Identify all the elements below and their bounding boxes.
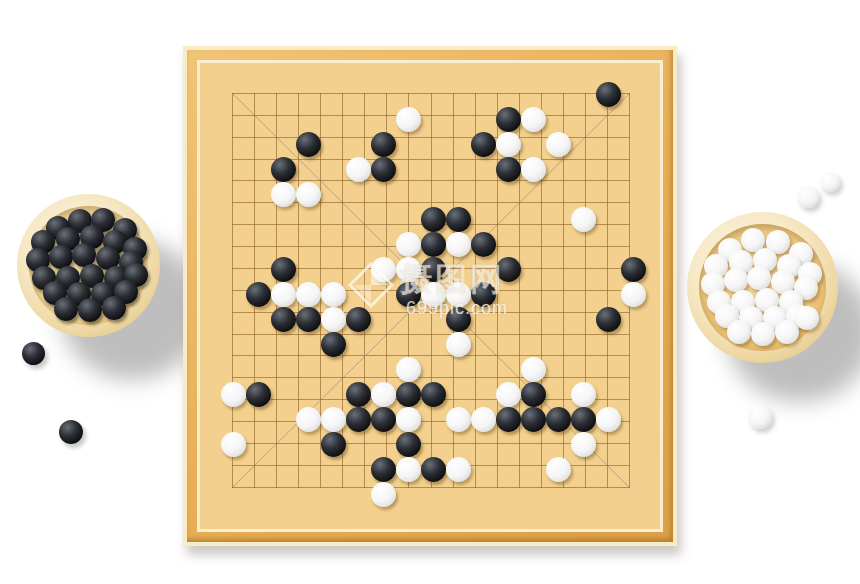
intersection (396, 407, 421, 432)
intersection (221, 107, 246, 132)
intersection (496, 307, 521, 332)
intersection (371, 157, 396, 182)
white-stone (820, 172, 840, 192)
intersection (546, 407, 571, 432)
black-stone (321, 332, 346, 357)
intersection (571, 282, 596, 307)
intersection (371, 207, 396, 232)
intersection (446, 307, 471, 332)
intersection (421, 257, 446, 282)
intersection (471, 457, 496, 482)
white-stone (396, 357, 421, 382)
intersection (321, 482, 346, 507)
intersection (296, 482, 321, 507)
intersection (296, 382, 321, 407)
intersection (421, 232, 446, 257)
intersection (246, 82, 271, 107)
intersection (271, 232, 296, 257)
intersection (446, 132, 471, 157)
intersection (296, 282, 321, 307)
black-stone (296, 132, 321, 157)
intersection (296, 132, 321, 157)
intersection (396, 132, 421, 157)
intersection (521, 107, 546, 132)
intersection (446, 457, 471, 482)
intersection (621, 157, 646, 182)
black-stone (546, 407, 571, 432)
intersection (296, 157, 321, 182)
black-stone (471, 232, 496, 257)
intersection (521, 307, 546, 332)
intersection (521, 457, 546, 482)
intersection (321, 282, 346, 307)
intersection (496, 457, 521, 482)
intersection (371, 132, 396, 157)
intersection (546, 432, 571, 457)
intersection (521, 432, 546, 457)
intersection (396, 207, 421, 232)
intersection (621, 357, 646, 382)
black-stone (496, 157, 521, 182)
black-stone (421, 232, 446, 257)
intersection (421, 432, 446, 457)
intersection (346, 182, 371, 207)
intersection (471, 257, 496, 282)
white-stone (421, 282, 446, 307)
intersection (246, 457, 271, 482)
intersection (271, 432, 296, 457)
intersection (571, 382, 596, 407)
intersection (246, 107, 271, 132)
intersection (321, 257, 346, 282)
intersection (296, 257, 321, 282)
intersection (346, 457, 371, 482)
intersection (546, 457, 571, 482)
intersection (246, 207, 271, 232)
intersection (221, 307, 246, 332)
intersection (496, 257, 521, 282)
intersection (596, 182, 621, 207)
black-stone (446, 307, 471, 332)
intersection (296, 457, 321, 482)
intersection (596, 107, 621, 132)
intersection (571, 432, 596, 457)
intersection (221, 357, 246, 382)
intersection (571, 232, 596, 257)
white-stone (396, 257, 421, 282)
intersection (521, 182, 546, 207)
intersection (496, 132, 521, 157)
intersection (471, 207, 496, 232)
intersection (271, 257, 296, 282)
intersection (521, 357, 546, 382)
intersection (346, 332, 371, 357)
intersection (321, 357, 346, 382)
intersection (446, 232, 471, 257)
intersection (321, 157, 346, 182)
white-stone (446, 282, 471, 307)
intersection (421, 307, 446, 332)
intersection (546, 357, 571, 382)
white-stone-bowl (687, 212, 838, 363)
intersection (246, 382, 271, 407)
white-stone (571, 207, 596, 232)
white-stone (496, 132, 521, 157)
intersection (596, 332, 621, 357)
intersection (221, 282, 246, 307)
intersection (471, 357, 496, 382)
intersection (571, 307, 596, 332)
intersection (246, 482, 271, 507)
intersection (321, 182, 346, 207)
black-stone (421, 257, 446, 282)
white-stone (446, 407, 471, 432)
intersection (621, 257, 646, 282)
intersection (521, 407, 546, 432)
intersection (496, 432, 521, 457)
intersection (396, 482, 421, 507)
intersection (371, 232, 396, 257)
intersection (396, 282, 421, 307)
white-stone (371, 382, 396, 407)
intersection (246, 357, 271, 382)
intersection (346, 432, 371, 457)
intersection (271, 282, 296, 307)
intersection (621, 107, 646, 132)
intersection (371, 307, 396, 332)
intersection (221, 82, 246, 107)
white-stone (724, 268, 748, 292)
intersection (471, 282, 496, 307)
intersection (421, 207, 446, 232)
intersection (471, 182, 496, 207)
intersection (421, 82, 446, 107)
intersection (571, 332, 596, 357)
intersection (321, 307, 346, 332)
white-stone (596, 407, 621, 432)
intersection (396, 257, 421, 282)
intersection (346, 107, 371, 132)
intersection (371, 407, 396, 432)
intersection (246, 332, 271, 357)
intersection (321, 132, 346, 157)
white-stone (321, 307, 346, 332)
intersection (246, 157, 271, 182)
go-illustration: 摄图网 699pic.com (0, 0, 860, 584)
intersection (296, 407, 321, 432)
black-stone (421, 457, 446, 482)
intersection (521, 332, 546, 357)
intersection (221, 332, 246, 357)
intersection (596, 232, 621, 257)
intersection (571, 82, 596, 107)
white-stone (221, 382, 246, 407)
intersection (221, 407, 246, 432)
intersection (296, 232, 321, 257)
intersection (296, 357, 321, 382)
intersection (221, 432, 246, 457)
black-stone (596, 82, 621, 107)
black-stone (72, 243, 96, 267)
intersection (371, 182, 396, 207)
black-stone (296, 307, 321, 332)
intersection (521, 282, 546, 307)
intersection (346, 357, 371, 382)
intersection (546, 157, 571, 182)
intersection (546, 82, 571, 107)
intersection (271, 407, 296, 432)
black-stone (371, 407, 396, 432)
white-stone (521, 157, 546, 182)
intersection (346, 307, 371, 332)
intersection (621, 382, 646, 407)
white-stone (396, 407, 421, 432)
intersection (271, 182, 296, 207)
black-stone (396, 282, 421, 307)
intersection (371, 482, 396, 507)
intersection (421, 282, 446, 307)
black-stone (496, 407, 521, 432)
black-stone (471, 282, 496, 307)
intersection (596, 307, 621, 332)
intersection (621, 482, 646, 507)
intersection (496, 107, 521, 132)
intersection (571, 357, 596, 382)
intersection (521, 482, 546, 507)
intersection (246, 132, 271, 157)
intersection (371, 382, 396, 407)
white-stone (446, 232, 471, 257)
intersection (321, 82, 346, 107)
intersection (221, 182, 246, 207)
intersection (546, 207, 571, 232)
intersection (246, 432, 271, 457)
intersection (521, 82, 546, 107)
intersection (446, 107, 471, 132)
black-stone (596, 307, 621, 332)
intersection (496, 207, 521, 232)
intersection (496, 482, 521, 507)
intersection (346, 232, 371, 257)
intersection (596, 357, 621, 382)
intersection (396, 157, 421, 182)
white-stone (775, 320, 799, 344)
intersection (446, 182, 471, 207)
intersection (346, 482, 371, 507)
intersection (546, 482, 571, 507)
white-stone (271, 282, 296, 307)
intersection (546, 232, 571, 257)
intersection (396, 457, 421, 482)
intersection (346, 407, 371, 432)
intersection (496, 407, 521, 432)
black-stone (496, 257, 521, 282)
intersection (371, 357, 396, 382)
intersection (271, 82, 296, 107)
black-stone (446, 207, 471, 232)
white-stone (748, 405, 772, 429)
intersection (621, 82, 646, 107)
intersection (246, 232, 271, 257)
white-stone (446, 457, 471, 482)
intersection (471, 432, 496, 457)
intersection (271, 332, 296, 357)
white-stone (727, 320, 751, 344)
intersection (396, 107, 421, 132)
intersection (496, 232, 521, 257)
intersection (271, 382, 296, 407)
intersection (496, 82, 521, 107)
intersection (446, 207, 471, 232)
intersection (396, 357, 421, 382)
black-stone (521, 407, 546, 432)
intersection (496, 382, 521, 407)
white-stone (321, 407, 346, 432)
intersection (521, 132, 546, 157)
intersection (221, 257, 246, 282)
intersection (396, 332, 421, 357)
intersection (421, 457, 446, 482)
intersection (296, 82, 321, 107)
intersection (271, 482, 296, 507)
intersection (596, 207, 621, 232)
intersection (471, 132, 496, 157)
intersection (446, 357, 471, 382)
black-stone (22, 342, 45, 365)
white-stone (296, 182, 321, 207)
intersection (446, 482, 471, 507)
black-stone (571, 407, 596, 432)
black-stone (321, 432, 346, 457)
intersection (446, 382, 471, 407)
intersection (296, 207, 321, 232)
white-stone (471, 407, 496, 432)
intersection (446, 257, 471, 282)
black-stone (346, 407, 371, 432)
intersection (296, 107, 321, 132)
intersection (546, 282, 571, 307)
intersection (546, 257, 571, 282)
intersection (471, 107, 496, 132)
intersection (346, 207, 371, 232)
intersection (546, 382, 571, 407)
intersection (596, 382, 621, 407)
intersection (571, 207, 596, 232)
intersection (471, 232, 496, 257)
intersection (396, 232, 421, 257)
intersection (321, 432, 346, 457)
intersection (471, 332, 496, 357)
intersection (621, 182, 646, 207)
black-stone (421, 207, 446, 232)
intersection (246, 282, 271, 307)
black-stone (496, 107, 521, 132)
intersection (271, 457, 296, 482)
intersection (296, 182, 321, 207)
intersection (246, 407, 271, 432)
intersection (346, 282, 371, 307)
intersection (296, 307, 321, 332)
black-stone (78, 298, 102, 322)
black-stone (271, 307, 296, 332)
intersection (321, 332, 346, 357)
intersection (446, 432, 471, 457)
intersection (621, 307, 646, 332)
black-stone (471, 132, 496, 157)
intersection (546, 132, 571, 157)
intersection (221, 132, 246, 157)
intersection (596, 482, 621, 507)
intersection (246, 307, 271, 332)
intersection (296, 332, 321, 357)
intersection (621, 207, 646, 232)
intersection (321, 407, 346, 432)
intersection (621, 457, 646, 482)
intersection (596, 432, 621, 457)
intersection (321, 457, 346, 482)
white-stone (321, 282, 346, 307)
white-stone (271, 182, 296, 207)
intersection (546, 107, 571, 132)
intersection (521, 257, 546, 282)
white-stone (546, 457, 571, 482)
white-stone (371, 482, 396, 507)
intersection (446, 282, 471, 307)
intersection (546, 332, 571, 357)
intersection (471, 157, 496, 182)
intersection (271, 132, 296, 157)
intersection (296, 432, 321, 457)
intersection (371, 257, 396, 282)
intersection (446, 332, 471, 357)
black-stone (54, 297, 78, 321)
intersection (246, 182, 271, 207)
intersection (421, 107, 446, 132)
black-stone (396, 432, 421, 457)
white-stone (446, 332, 471, 357)
intersection (321, 207, 346, 232)
intersection (621, 232, 646, 257)
intersection (496, 182, 521, 207)
intersection (446, 82, 471, 107)
intersection (271, 207, 296, 232)
white-stone (221, 432, 246, 457)
black-stone (49, 245, 73, 269)
black-stone (396, 382, 421, 407)
intersection (396, 382, 421, 407)
intersection (371, 107, 396, 132)
intersection (621, 407, 646, 432)
black-stone (271, 257, 296, 282)
intersection (571, 482, 596, 507)
intersection (346, 132, 371, 157)
intersection (321, 107, 346, 132)
intersection (246, 257, 271, 282)
black-stone (371, 157, 396, 182)
intersection (421, 482, 446, 507)
white-stone (747, 266, 771, 290)
intersection (596, 407, 621, 432)
black-stone-bowl (17, 194, 160, 337)
white-stone (346, 157, 371, 182)
intersection (571, 457, 596, 482)
white-stone (546, 132, 571, 157)
intersection (221, 157, 246, 182)
intersection (496, 157, 521, 182)
intersection (446, 157, 471, 182)
intersection (596, 82, 621, 107)
intersection (346, 382, 371, 407)
